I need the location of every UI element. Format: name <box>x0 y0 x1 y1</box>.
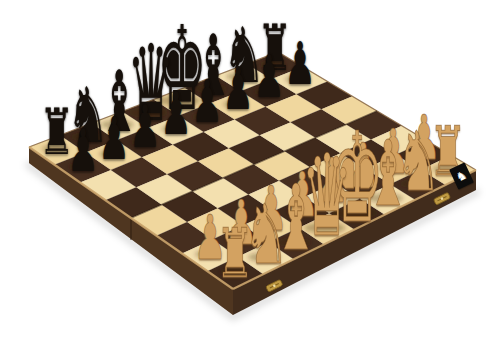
shadow-g8 <box>227 72 257 81</box>
shadow-c8 <box>101 120 134 130</box>
shadow-h7 <box>285 75 310 83</box>
chess-board <box>0 0 500 341</box>
shadow-b8 <box>71 132 101 141</box>
shadow-c1 <box>277 237 311 247</box>
shadow-e2 <box>317 193 343 201</box>
shadow-b1 <box>248 252 280 261</box>
shadow-h2 <box>409 150 435 158</box>
shadow-d1 <box>304 222 345 233</box>
shadow-b7 <box>99 150 124 158</box>
shadow-a1 <box>220 268 248 276</box>
shadow-h8 <box>260 60 287 68</box>
shadow-g7 <box>254 88 279 96</box>
shadow-g2 <box>378 164 404 172</box>
shadow-e1 <box>333 207 377 219</box>
shadow-d7 <box>161 125 186 133</box>
shadow-b2 <box>226 236 252 244</box>
shadow-c2 <box>256 222 282 230</box>
product-photo: ♜♞♟♝♟♚♟♛♟♝♟♞♟♜♟♟♟♟♜♟♞♟♝♟♚♟♛♟♝♟♞♜ ♞ <box>0 0 500 341</box>
shadow-f1 <box>368 193 402 203</box>
knight-logo-icon: ♞ <box>454 168 469 183</box>
shadow-d2 <box>287 207 313 215</box>
shadow-g1 <box>400 179 432 188</box>
shadow-a2 <box>195 250 221 258</box>
shadow-d8 <box>129 107 168 118</box>
shadow-c7 <box>130 138 155 146</box>
shadow-e7 <box>192 113 217 121</box>
shadow-a8 <box>42 145 69 153</box>
shadow-e8 <box>159 95 201 107</box>
shadow-a7 <box>68 162 93 170</box>
shadow-f2 <box>348 179 374 187</box>
shadow-f7 <box>223 100 248 108</box>
shadow-f8 <box>194 84 227 94</box>
